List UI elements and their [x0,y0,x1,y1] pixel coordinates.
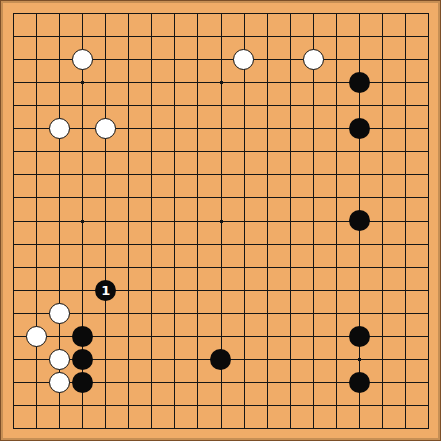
star-point [220,358,223,361]
black-stone [349,72,370,93]
black-stone [72,349,93,370]
star-point [358,220,361,223]
white-stone [233,49,254,70]
white-stone [49,372,70,393]
star-point [81,81,84,84]
black-stone [349,210,370,231]
black-stone: 1 [95,280,116,301]
black-stone [349,118,370,139]
star-point [220,81,223,84]
black-stone [349,326,370,347]
stones-layer: 1 [2,2,440,440]
star-point [81,220,84,223]
star-point [220,220,223,223]
move-number-label: 1 [101,284,110,297]
white-stone [95,118,116,139]
white-stone [26,326,47,347]
white-stone [49,118,70,139]
star-point [358,358,361,361]
white-stone [49,303,70,324]
board-gridlines [13,13,429,429]
black-stone [72,326,93,347]
go-board[interactable]: 1 [0,0,441,441]
black-stone [72,372,93,393]
black-stone [210,349,231,370]
black-stone [349,372,370,393]
star-point [358,81,361,84]
white-stone [49,349,70,370]
white-stone [72,49,93,70]
star-point [81,358,84,361]
white-stone [303,49,324,70]
star-points-layer [0,0,441,441]
